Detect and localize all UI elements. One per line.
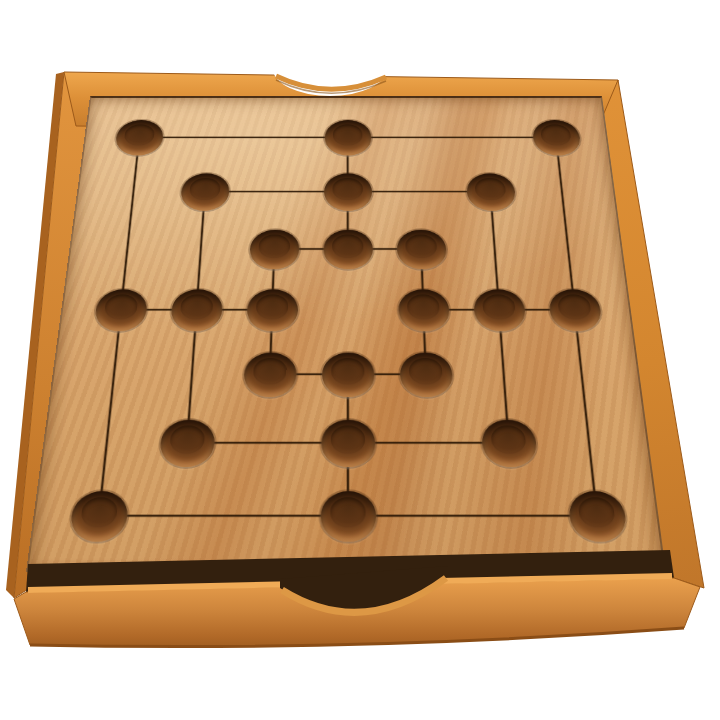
product-photo-scene — [0, 0, 720, 720]
wooden-tray-front — [0, 0, 720, 720]
